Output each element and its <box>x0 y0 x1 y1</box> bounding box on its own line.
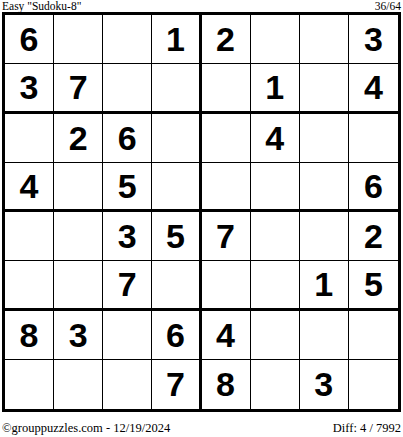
cell-r2c5[interactable] <box>202 64 251 113</box>
cell-r6c5[interactable] <box>202 261 251 310</box>
cell-r5c7[interactable] <box>300 212 349 261</box>
cell-r5c3[interactable]: 3 <box>103 212 152 261</box>
cell-r7c3[interactable] <box>103 311 152 360</box>
cell-r3c4[interactable] <box>152 114 201 163</box>
cell-r8c2[interactable] <box>54 360 103 409</box>
cell-r6c6[interactable] <box>251 261 300 310</box>
header: Easy "Sudoku-8" 36/64 <box>2 0 401 12</box>
cell-r2c8[interactable]: 4 <box>349 64 398 113</box>
cell-r8c3[interactable] <box>103 360 152 409</box>
cell-r4c7[interactable] <box>300 163 349 212</box>
cell-r8c4[interactable]: 7 <box>152 360 201 409</box>
cell-r6c3[interactable]: 7 <box>103 261 152 310</box>
cell-r4c8[interactable]: 6 <box>349 163 398 212</box>
cell-r5c2[interactable] <box>54 212 103 261</box>
cell-r4c1[interactable]: 4 <box>5 163 54 212</box>
cell-r2c2[interactable]: 7 <box>54 64 103 113</box>
footer: ©grouppuzzles.com - 12/19/2024 Diff: 4 /… <box>2 412 401 435</box>
cell-r4c4[interactable] <box>152 163 201 212</box>
cell-r3c2[interactable]: 2 <box>54 114 103 163</box>
cell-r6c8[interactable]: 5 <box>349 261 398 310</box>
cell-r5c1[interactable] <box>5 212 54 261</box>
cell-r5c8[interactable]: 2 <box>349 212 398 261</box>
cell-r7c8[interactable] <box>349 311 398 360</box>
cell-r4c6[interactable] <box>251 163 300 212</box>
cell-r7c7[interactable] <box>300 311 349 360</box>
clue-counter: 36/64 <box>375 0 401 12</box>
cell-r1c7[interactable] <box>300 15 349 64</box>
sudoku-board: 6123371426445635727158364783 <box>2 12 401 412</box>
cell-r2c3[interactable] <box>103 64 152 113</box>
cell-r6c1[interactable] <box>5 261 54 310</box>
cell-r3c6[interactable]: 4 <box>251 114 300 163</box>
cell-r2c7[interactable] <box>300 64 349 113</box>
cell-r6c2[interactable] <box>54 261 103 310</box>
cell-r6c7[interactable]: 1 <box>300 261 349 310</box>
difficulty-text: Diff: 4 / 7992 <box>333 421 401 435</box>
cell-r8c6[interactable] <box>251 360 300 409</box>
cell-r3c8[interactable] <box>349 114 398 163</box>
cell-r3c1[interactable] <box>5 114 54 163</box>
cell-r5c4[interactable]: 5 <box>152 212 201 261</box>
cell-r1c4[interactable]: 1 <box>152 15 201 64</box>
cell-r1c8[interactable]: 3 <box>349 15 398 64</box>
cell-r2c6[interactable]: 1 <box>251 64 300 113</box>
cell-r1c5[interactable]: 2 <box>202 15 251 64</box>
puzzle-page: Easy "Sudoku-8" 36/64 612337142644563572… <box>0 0 403 437</box>
cell-r1c6[interactable] <box>251 15 300 64</box>
cell-r8c5[interactable]: 8 <box>202 360 251 409</box>
cell-r5c5[interactable]: 7 <box>202 212 251 261</box>
copyright-text: ©grouppuzzles.com - 12/19/2024 <box>2 421 170 435</box>
cell-r7c1[interactable]: 8 <box>5 311 54 360</box>
cell-r7c4[interactable]: 6 <box>152 311 201 360</box>
cell-r8c1[interactable] <box>5 360 54 409</box>
puzzle-title: Easy "Sudoku-8" <box>2 0 81 12</box>
cell-r6c4[interactable] <box>152 261 201 310</box>
cell-r2c4[interactable] <box>152 64 201 113</box>
cell-r1c1[interactable]: 6 <box>5 15 54 64</box>
cell-r1c2[interactable] <box>54 15 103 64</box>
cell-r4c2[interactable] <box>54 163 103 212</box>
cell-r3c7[interactable] <box>300 114 349 163</box>
cell-r3c5[interactable] <box>202 114 251 163</box>
cell-r7c2[interactable]: 3 <box>54 311 103 360</box>
cell-r4c5[interactable] <box>202 163 251 212</box>
cell-r1c3[interactable] <box>103 15 152 64</box>
cell-r3c3[interactable]: 6 <box>103 114 152 163</box>
cell-r8c7[interactable]: 3 <box>300 360 349 409</box>
cell-r2c1[interactable]: 3 <box>5 64 54 113</box>
cell-r8c8[interactable] <box>349 360 398 409</box>
cell-r5c6[interactable] <box>251 212 300 261</box>
cell-r7c6[interactable] <box>251 311 300 360</box>
cell-r4c3[interactable]: 5 <box>103 163 152 212</box>
cell-r7c5[interactable]: 4 <box>202 311 251 360</box>
